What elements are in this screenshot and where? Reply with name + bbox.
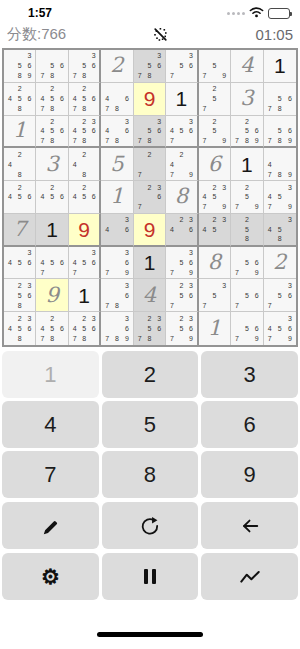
cell-r6c3[interactable]: 9 — [69, 214, 101, 247]
pencil-marks: 34678 — [102, 117, 131, 146]
pencil-marks: 258 — [232, 215, 261, 244]
pencil-marks: 4789 — [265, 149, 295, 179]
cell-r2c5[interactable]: 9 — [134, 83, 166, 116]
pencil-marks: 2345678 — [70, 313, 98, 344]
cell-r8c9[interactable]: 3567 — [264, 279, 296, 312]
pencil-marks: 5679 — [232, 248, 261, 278]
cell-r5c7[interactable]: 234579 — [199, 181, 231, 214]
cell-r5c3[interactable]: 2456 — [69, 181, 101, 214]
pause-icon — [144, 569, 156, 584]
cell-value: 7 — [13, 219, 26, 240]
pencil-marks: 5679 — [232, 313, 261, 344]
cell-r7c8[interactable]: 5679 — [231, 247, 263, 280]
cell-value: 4 — [143, 285, 156, 306]
cell-value: 8 — [175, 186, 188, 207]
cell-r8c8[interactable]: 567 — [231, 279, 263, 312]
pencil-marks: 35678 — [135, 117, 164, 146]
cell-r2c8[interactable]: 3 — [231, 83, 263, 116]
cell-r9c6[interactable]: 235679 — [166, 312, 198, 345]
cell-r7c2[interactable]: 4567 — [36, 247, 68, 280]
wifi-icon — [249, 4, 264, 22]
pencil-marks: 235678 — [135, 313, 164, 344]
pencil-marks: 248 — [5, 149, 34, 179]
cell-r9c3[interactable]: 2345678 — [69, 312, 101, 345]
cell-r8c7[interactable]: 357 — [199, 279, 231, 312]
number-keypad: 123456789 — [2, 351, 298, 498]
pencil-marks: 2346 — [167, 215, 195, 244]
cell-r3c6[interactable]: 34567 — [166, 116, 198, 149]
cell-r5c9[interactable]: 34579 — [264, 181, 296, 214]
pencil-marks: 5678 — [265, 84, 295, 114]
settings-button[interactable]: ⚙ — [2, 553, 99, 600]
pencil-marks: 346 — [102, 215, 131, 244]
cell-value: 1 — [241, 154, 253, 175]
cell-value: 1 — [144, 252, 156, 273]
cell-value: 2 — [110, 55, 123, 76]
numpad-9[interactable]: 9 — [201, 451, 298, 498]
cell-value: 1 — [13, 120, 26, 141]
cell-value: 1 — [46, 219, 58, 240]
pencil-marks: 245678 — [37, 313, 66, 344]
cell-r2c6[interactable]: 1 — [166, 83, 198, 116]
timer: 01:05 — [255, 26, 293, 43]
pencil-marks: 256789 — [232, 117, 261, 146]
cell-r1c1[interactable]: 35689 — [4, 50, 36, 83]
cell-r4c9[interactable]: 4789 — [264, 148, 296, 181]
cell-value: 1 — [274, 55, 286, 76]
pencil-marks: 257 — [200, 84, 229, 114]
redo-icon — [140, 516, 160, 536]
cellular-signal-icon — [227, 12, 245, 15]
pencil-marks: 2479 — [167, 149, 195, 179]
cell-r5c5[interactable]: 2367 — [134, 181, 166, 214]
pencil-marks: 3567 — [167, 51, 195, 81]
pencil-marks: 3458 — [265, 215, 295, 244]
pencil-marks: 34567 — [70, 248, 98, 278]
pencil-marks: 24568 — [5, 84, 34, 114]
sudoku-board: 3568956783567823567835675794124568245678… — [2, 48, 298, 347]
cell-r9c1[interactable]: 234568 — [4, 312, 36, 345]
cell-value: 5 — [110, 154, 123, 175]
pencil-marks: 3456 — [5, 248, 34, 278]
cell-r9c2[interactable]: 245678 — [36, 312, 68, 345]
cell-r1c7[interactable]: 579 — [199, 50, 231, 83]
cell-r1c3[interactable]: 35678 — [69, 50, 101, 83]
numpad-2[interactable]: 2 — [102, 351, 199, 398]
cell-r4c6[interactable]: 2479 — [166, 148, 198, 181]
cell-r2c9[interactable]: 5678 — [264, 83, 296, 116]
numpad-8[interactable]: 8 — [102, 451, 199, 498]
cell-r5c1[interactable]: 2456 — [4, 181, 36, 214]
pencil-marks: 36789 — [102, 313, 131, 344]
cell-r4c4[interactable]: 5 — [101, 148, 133, 181]
cell-r3c7[interactable]: 2579 — [199, 116, 231, 149]
cell-r5c8[interactable]: 2579 — [231, 181, 263, 214]
cell-r2c2[interactable]: 245678 — [36, 83, 68, 116]
cell-r8c4[interactable]: 3678 — [101, 279, 133, 312]
pencil-marks: 245678 — [37, 117, 66, 146]
cell-r3c9[interactable]: 56789 — [264, 116, 296, 149]
pencil-marks: 2345678 — [70, 117, 98, 146]
numpad-6[interactable]: 6 — [201, 401, 298, 448]
pencil-marks: 2456 — [5, 182, 34, 212]
undo-button[interactable] — [201, 502, 298, 549]
numpad-5[interactable]: 5 — [102, 401, 199, 448]
pencil-marks: 35678 — [135, 51, 164, 81]
cell-r2c3[interactable]: 245678 — [69, 83, 101, 116]
pencil-marks: 245678 — [70, 84, 98, 114]
game-header: 分数:766 01:05 — [0, 22, 300, 47]
cell-r5c4[interactable]: 1 — [101, 181, 133, 214]
cell-value: 9 — [144, 88, 156, 109]
cell-r3c1[interactable]: 1 — [4, 116, 36, 149]
cell-r6c1[interactable]: 7 — [4, 214, 36, 247]
pencil-marks: 34579 — [265, 182, 295, 212]
pencil-marks: 27 — [135, 149, 164, 179]
cell-r9c7[interactable]: 1 — [199, 312, 231, 345]
cell-value: 3 — [45, 154, 58, 175]
tool-row-1 — [2, 502, 298, 549]
cell-r9c8[interactable]: 5679 — [231, 312, 263, 345]
score-label: 分数:766 — [7, 25, 66, 44]
gear-icon: ⚙ — [41, 566, 60, 587]
pencil-marks: 245678 — [37, 84, 66, 114]
cell-value: 9 — [144, 219, 156, 240]
pencil-marks: 35678 — [70, 51, 98, 81]
cell-r7c1[interactable]: 3456 — [4, 247, 36, 280]
left-arrow-icon — [240, 516, 260, 536]
cell-r6c5[interactable]: 9 — [134, 214, 166, 247]
pencil-marks: 3679 — [102, 248, 131, 278]
pencil-marks: 2367 — [135, 182, 164, 212]
network-off-icon[interactable] — [153, 27, 168, 42]
cell-value: 6 — [208, 154, 221, 175]
cell-r6c6[interactable]: 2346 — [166, 214, 198, 247]
pencil-marks: 3678 — [102, 280, 131, 310]
cell-r8c3[interactable]: 1 — [69, 279, 101, 312]
cell-r4c8[interactable]: 1 — [231, 148, 263, 181]
cell-r3c3[interactable]: 2345678 — [69, 116, 101, 149]
cell-value: 1 — [110, 186, 123, 207]
cell-r7c7[interactable]: 8 — [199, 247, 231, 280]
cell-r4c3[interactable]: 248 — [69, 148, 101, 181]
cell-r5c6[interactable]: 8 — [166, 181, 198, 214]
pencil-marks: 234579 — [200, 182, 229, 212]
cell-r3c5[interactable]: 35678 — [134, 116, 166, 149]
cell-value: 4 — [240, 55, 253, 76]
pencil-marks: 34567 — [167, 117, 195, 146]
numpad-3[interactable]: 3 — [201, 351, 298, 398]
cell-r6c2[interactable]: 1 — [36, 214, 68, 247]
pencil-marks: 345679 — [265, 313, 295, 344]
pencil-marks: 3567 — [265, 280, 295, 310]
cell-r8c2[interactable]: 9 — [36, 279, 68, 312]
cell-r2c1[interactable]: 24568 — [4, 83, 36, 116]
pencil-marks: 579 — [200, 51, 229, 81]
pencil-marks: 23567 — [167, 280, 195, 310]
cell-r1c5[interactable]: 35678 — [134, 50, 166, 83]
stats-button[interactable] — [201, 553, 298, 600]
pencil-marks: 35679 — [167, 248, 195, 278]
cell-value: 8 — [208, 252, 221, 273]
pencil-icon — [40, 516, 60, 536]
cell-r7c6[interactable]: 35679 — [166, 247, 198, 280]
cell-r2c4[interactable]: 4678 — [101, 83, 133, 116]
cell-r1c4[interactable]: 2 — [101, 50, 133, 83]
tool-row-2: ⚙ — [2, 553, 298, 600]
cell-r6c7[interactable]: 2345 — [199, 214, 231, 247]
home-indicator[interactable] — [97, 632, 203, 637]
pencil-marks: 4678 — [102, 84, 131, 114]
pencil-button[interactable] — [2, 502, 99, 549]
cell-r3c2[interactable]: 245678 — [36, 116, 68, 149]
pencil-marks: 5678 — [37, 51, 66, 81]
cell-r8c5[interactable]: 4 — [134, 279, 166, 312]
cell-r7c3[interactable]: 34567 — [69, 247, 101, 280]
cell-r3c8[interactable]: 256789 — [231, 116, 263, 149]
cell-r9c9[interactable]: 345679 — [264, 312, 296, 345]
cell-value: 1 — [78, 285, 90, 306]
pencil-marks: 23568 — [5, 280, 34, 310]
pencil-marks: 234568 — [5, 313, 34, 344]
cell-r7c5[interactable]: 1 — [134, 247, 166, 280]
cell-r9c4[interactable]: 36789 — [101, 312, 133, 345]
pause-button[interactable] — [102, 553, 199, 600]
pencil-marks: 2345 — [200, 215, 229, 244]
cell-r5c2[interactable]: 2456 — [36, 181, 68, 214]
pencil-marks: 35689 — [5, 51, 34, 81]
pencil-marks: 357 — [200, 280, 229, 310]
pencil-marks: 567 — [232, 280, 261, 310]
cell-r1c8[interactable]: 4 — [231, 50, 263, 83]
cell-value: 1 — [176, 88, 188, 109]
cell-value: 1 — [208, 318, 221, 339]
cell-value: 3 — [240, 88, 253, 109]
cell-r4c1[interactable]: 248 — [4, 148, 36, 181]
cell-r8c6[interactable]: 23567 — [166, 279, 198, 312]
pencil-marks: 4567 — [37, 248, 66, 278]
cell-r4c7[interactable]: 6 — [199, 148, 231, 181]
numpad-1[interactable]: 1 — [2, 351, 99, 398]
clock-time: 1:57 — [28, 6, 52, 20]
cell-r4c2[interactable]: 3 — [36, 148, 68, 181]
cell-r7c4[interactable]: 3679 — [101, 247, 133, 280]
pencil-marks: 56789 — [265, 117, 295, 146]
cell-r1c6[interactable]: 3567 — [166, 50, 198, 83]
redo-button[interactable] — [102, 502, 199, 549]
status-bar: 1:57 — [0, 0, 300, 22]
pencil-marks: 235679 — [167, 313, 195, 344]
pencil-marks: 2579 — [232, 182, 261, 212]
cell-r7c9[interactable]: 2 — [264, 247, 296, 280]
cell-value: 9 — [78, 219, 90, 240]
cell-r1c2[interactable]: 5678 — [36, 50, 68, 83]
cell-r4c5[interactable]: 27 — [134, 148, 166, 181]
numpad-4[interactable]: 4 — [2, 401, 99, 448]
cell-r6c8[interactable]: 258 — [231, 214, 263, 247]
numpad-7[interactable]: 7 — [2, 451, 99, 498]
pencil-marks: 2579 — [200, 117, 229, 146]
battery-icon — [268, 8, 290, 19]
pencil-marks: 2456 — [70, 182, 98, 212]
cell-r2c7[interactable]: 257 — [199, 83, 231, 116]
cell-r9c5[interactable]: 235678 — [134, 312, 166, 345]
pencil-marks: 2456 — [37, 182, 66, 212]
cell-r8c1[interactable]: 23568 — [4, 279, 36, 312]
trend-line-icon — [239, 568, 261, 586]
cell-r3c4[interactable]: 34678 — [101, 116, 133, 149]
cell-value: 2 — [273, 252, 286, 273]
cell-r6c9[interactable]: 3458 — [264, 214, 296, 247]
cell-value: 9 — [45, 285, 58, 306]
cell-r1c9[interactable]: 1 — [264, 50, 296, 83]
pencil-marks: 248 — [70, 149, 98, 179]
cell-r6c4[interactable]: 346 — [101, 214, 133, 247]
